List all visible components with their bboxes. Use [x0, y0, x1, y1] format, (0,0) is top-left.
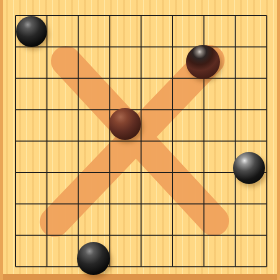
stone-black-bottom[interactable]	[77, 242, 110, 275]
stone-black-top-left[interactable]	[16, 16, 47, 47]
screenshot-root	[0, 0, 280, 280]
stones-layer	[0, 0, 280, 280]
stone-red-brown-upper-right[interactable]	[186, 45, 220, 79]
go-board[interactable]	[0, 0, 280, 280]
stone-red-brown-center[interactable]	[109, 108, 141, 140]
stone-black-right-side[interactable]	[233, 152, 265, 184]
